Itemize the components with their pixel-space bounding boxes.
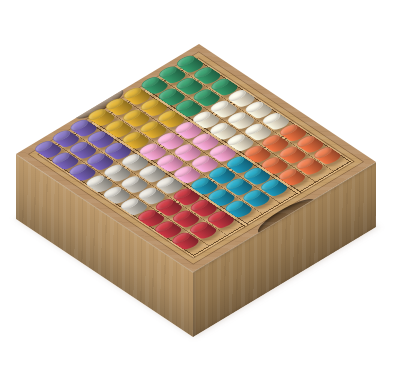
product-photo: [0, 0, 400, 377]
